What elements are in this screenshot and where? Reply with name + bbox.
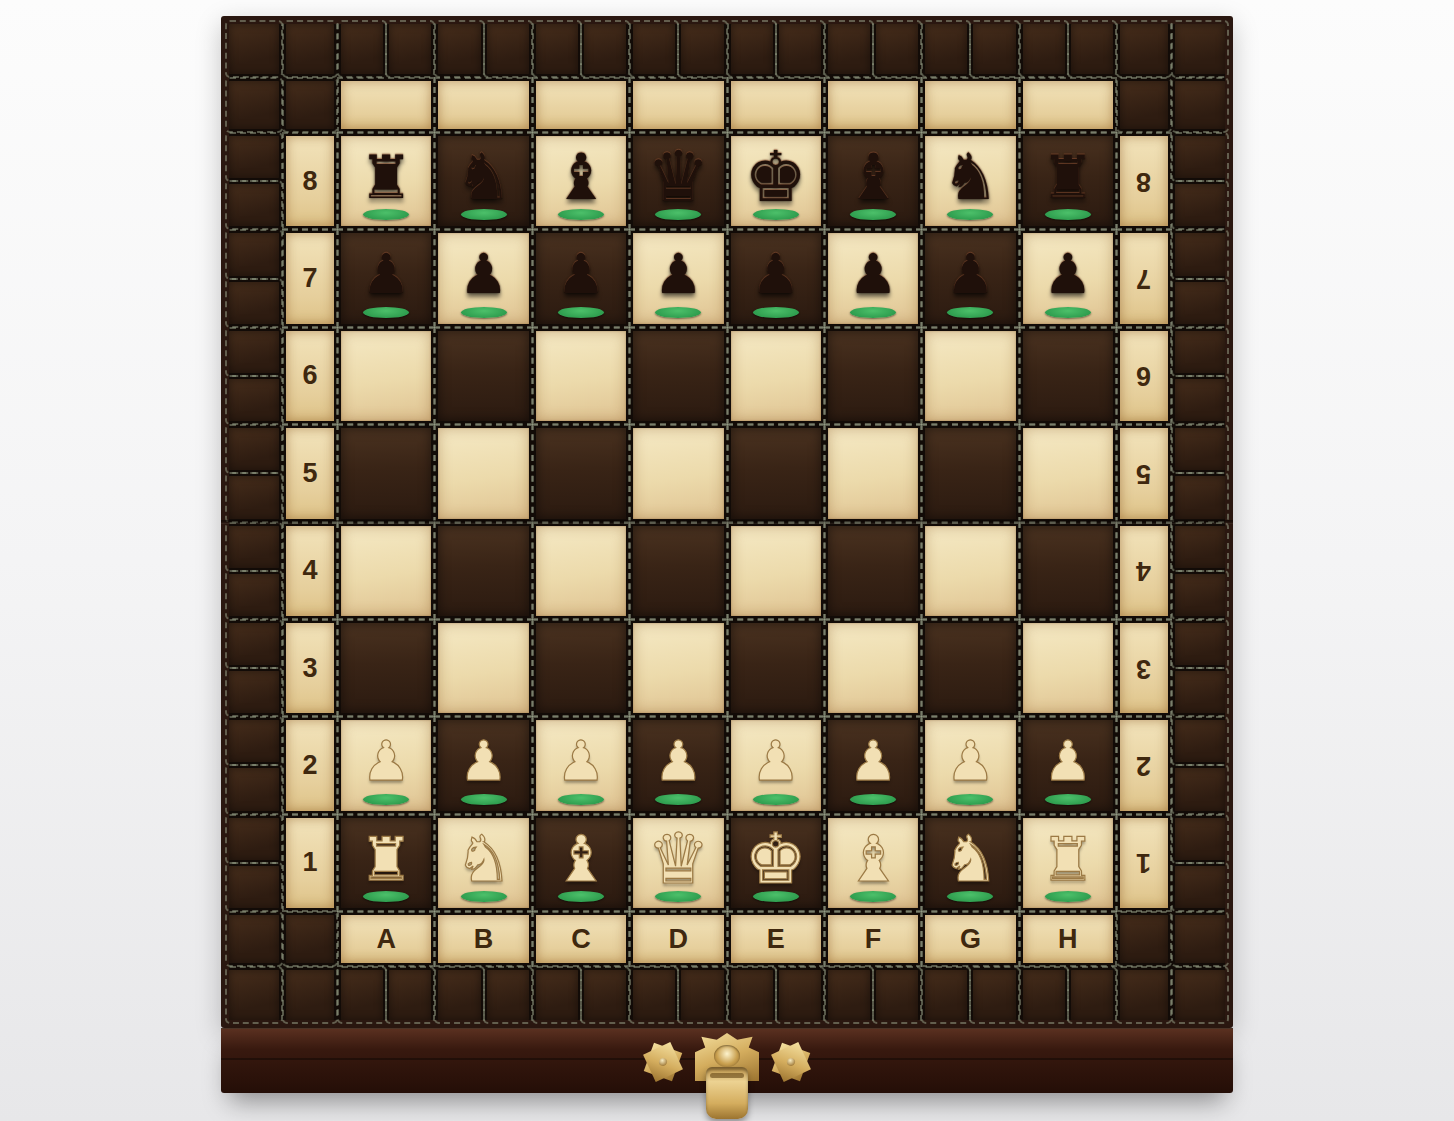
rank-label-right-3: 3 [1120, 623, 1168, 713]
rank-label-left-2: 2 [286, 720, 334, 810]
file-label-top-c [536, 81, 626, 129]
trim-cell [1175, 81, 1225, 129]
trim-square [229, 818, 279, 860]
trim-square [584, 24, 626, 74]
felt-base [363, 794, 409, 805]
square-a3[interactable] [341, 623, 431, 713]
white-pawn[interactable]: ♟ [848, 734, 897, 789]
trim-square [286, 81, 334, 129]
rank-label-right-8: 8 [1120, 136, 1168, 226]
photo-background: 8♜♞♝♛♚♝♞♜87♟♟♟♟♟♟♟♟7665544332♟♟♟♟♟♟♟♟21♜… [0, 0, 1454, 1121]
square-a1[interactable]: ♜ [341, 818, 431, 908]
square-a6[interactable] [341, 331, 431, 421]
file-label-text: B [474, 924, 494, 955]
trim-square [1175, 136, 1225, 178]
trim-square [229, 623, 279, 665]
black-pawn[interactable]: ♟ [556, 247, 605, 302]
white-rook[interactable]: ♜ [1041, 829, 1095, 889]
trim-cell [1120, 81, 1168, 129]
square-e2[interactable]: ♟ [731, 720, 821, 810]
square-e7[interactable]: ♟ [731, 233, 821, 323]
felt-base [850, 307, 896, 318]
trim-square [229, 331, 279, 373]
rank-label-text: 3 [302, 653, 317, 684]
trim-square [779, 970, 821, 1020]
rank-label-left-3: 3 [286, 623, 334, 713]
trim-cell [1175, 428, 1225, 518]
file-label-e: E [731, 915, 821, 963]
trim-square [229, 476, 279, 518]
black-queen[interactable]: ♛ [647, 142, 710, 212]
trim-cell [1175, 526, 1225, 616]
trim-square [731, 970, 773, 1020]
square-h3[interactable] [1023, 623, 1113, 713]
file-label-text: G [960, 924, 981, 955]
trim-square [828, 24, 870, 74]
trim-cell [633, 970, 723, 1020]
square-g1[interactable]: ♞ [925, 818, 1015, 908]
trim-square [229, 866, 279, 908]
trim-square [731, 24, 773, 74]
trim-square [1120, 915, 1168, 963]
trim-square [1175, 818, 1225, 860]
trim-cell [1175, 720, 1225, 810]
square-g8[interactable]: ♞ [925, 136, 1015, 226]
square-c3[interactable] [536, 623, 626, 713]
square-h1[interactable]: ♜ [1023, 818, 1113, 908]
black-knight[interactable]: ♞ [942, 145, 999, 209]
felt-base [461, 794, 507, 805]
trim-square [1175, 379, 1225, 421]
trim-cell [1175, 915, 1225, 963]
trim-cell [229, 24, 279, 74]
black-rook[interactable]: ♜ [359, 147, 413, 207]
square-c2[interactable]: ♟ [536, 720, 626, 810]
file-label-h: H [1023, 915, 1113, 963]
black-pawn[interactable]: ♟ [654, 247, 703, 302]
black-bishop[interactable]: ♝ [844, 145, 901, 209]
felt-base [850, 794, 896, 805]
square-g5[interactable] [925, 428, 1015, 518]
trim-square [229, 81, 279, 129]
square-b1[interactable]: ♞ [438, 818, 528, 908]
file-label-text: E [767, 924, 785, 955]
square-h2[interactable]: ♟ [1023, 720, 1113, 810]
trim-square [1175, 671, 1225, 713]
square-e1[interactable]: ♚ [731, 818, 821, 908]
trim-cell [229, 233, 279, 323]
white-bishop[interactable]: ♝ [552, 827, 609, 891]
trim-square [389, 24, 431, 74]
trim-square [229, 671, 279, 713]
trim-square [1175, 970, 1225, 1020]
file-label-b: B [438, 915, 528, 963]
white-pawn[interactable]: ♟ [556, 734, 605, 789]
rank-label-text-rotated: 1 [1136, 847, 1151, 878]
trim-cell [633, 24, 723, 74]
file-label-top-a [341, 81, 431, 129]
trim-cell [731, 970, 821, 1020]
square-e3[interactable] [731, 623, 821, 713]
trim-cell [229, 970, 279, 1020]
white-pawn[interactable]: ♟ [362, 734, 411, 789]
trim-cell [536, 24, 626, 74]
fold-seam [221, 520, 1233, 524]
square-b7[interactable]: ♟ [438, 233, 528, 323]
trim-square [229, 24, 279, 74]
trim-square [229, 526, 279, 568]
felt-base [363, 307, 409, 318]
black-bishop[interactable]: ♝ [552, 145, 609, 209]
trim-cell [438, 24, 528, 74]
trim-cell [286, 81, 334, 129]
trim-square [1071, 24, 1113, 74]
square-h6[interactable] [1023, 331, 1113, 421]
felt-base [461, 307, 507, 318]
file-label-c: C [536, 915, 626, 963]
square-e4[interactable] [731, 526, 821, 616]
square-e5[interactable] [731, 428, 821, 518]
file-label-top-b [438, 81, 528, 129]
trim-cell [1120, 24, 1168, 74]
white-knight[interactable]: ♞ [942, 827, 999, 891]
rank-label-text-rotated: 5 [1136, 458, 1151, 489]
black-pawn[interactable]: ♟ [751, 247, 800, 302]
trim-square [286, 915, 334, 963]
rank-label-right-4: 4 [1120, 526, 1168, 616]
square-d4[interactable] [633, 526, 723, 616]
square-f3[interactable] [828, 623, 918, 713]
trim-square [1175, 574, 1225, 616]
black-pawn[interactable]: ♟ [848, 247, 897, 302]
trim-cell [229, 428, 279, 518]
square-e8[interactable]: ♚ [731, 136, 821, 226]
square-a4[interactable] [341, 526, 431, 616]
square-f4[interactable] [828, 526, 918, 616]
trim-square [1175, 81, 1225, 129]
felt-base [947, 794, 993, 805]
trim-square [229, 970, 279, 1020]
square-c6[interactable] [536, 331, 626, 421]
square-d1[interactable]: ♛ [633, 818, 723, 908]
trim-cell [731, 24, 821, 74]
trim-cell [925, 24, 1015, 74]
trim-cell [341, 24, 431, 74]
trim-square [1175, 184, 1225, 226]
trim-cell [286, 24, 334, 74]
trim-square [1175, 24, 1225, 74]
trim-cell [229, 331, 279, 421]
trim-cell [1175, 136, 1225, 226]
trim-square [633, 24, 675, 74]
trim-square [1175, 331, 1225, 373]
file-label-top-g [925, 81, 1015, 129]
white-pawn[interactable]: ♟ [946, 734, 995, 789]
square-f1[interactable]: ♝ [828, 818, 918, 908]
trim-square [876, 24, 918, 74]
file-label-text: A [376, 924, 396, 955]
white-queen[interactable]: ♛ [647, 824, 710, 894]
file-label-top-h [1023, 81, 1113, 129]
trim-square [779, 24, 821, 74]
square-d5[interactable] [633, 428, 723, 518]
trim-square [1120, 970, 1168, 1020]
felt-base [655, 794, 701, 805]
trim-square [341, 970, 383, 1020]
trim-square [229, 136, 279, 178]
trim-cell [229, 81, 279, 129]
square-d7[interactable]: ♟ [633, 233, 723, 323]
rank-label-text: 8 [302, 166, 317, 197]
trim-square [828, 970, 870, 1020]
square-b5[interactable] [438, 428, 528, 518]
trim-square [229, 574, 279, 616]
trim-square [1175, 428, 1225, 470]
trim-square [229, 184, 279, 226]
felt-base [947, 307, 993, 318]
trim-cell [229, 623, 279, 713]
trim-cell [1023, 24, 1113, 74]
trim-cell [828, 970, 918, 1020]
rank-label-text: 4 [302, 555, 317, 586]
trim-square [925, 24, 967, 74]
square-c5[interactable] [536, 428, 626, 518]
felt-base [753, 307, 799, 318]
square-h7[interactable]: ♟ [1023, 233, 1113, 323]
felt-base [1045, 307, 1091, 318]
file-label-f: F [828, 915, 918, 963]
white-pawn[interactable]: ♟ [751, 734, 800, 789]
rank-label-text-rotated: 7 [1136, 263, 1151, 294]
white-rook[interactable]: ♜ [359, 829, 413, 889]
trim-square [229, 379, 279, 421]
trim-square [973, 24, 1015, 74]
square-d3[interactable] [633, 623, 723, 713]
square-c4[interactable] [536, 526, 626, 616]
trim-square [925, 970, 967, 1020]
trim-cell [1023, 970, 1113, 1020]
trim-square [438, 970, 480, 1020]
trim-cell [536, 970, 626, 1020]
trim-square [681, 24, 723, 74]
square-c7[interactable]: ♟ [536, 233, 626, 323]
trim-square [389, 970, 431, 1020]
trim-cell [1175, 24, 1225, 74]
trim-square [876, 970, 918, 1020]
trim-cell [229, 136, 279, 226]
trim-square [341, 24, 383, 74]
file-label-g: G [925, 915, 1015, 963]
clasp-boss [714, 1045, 740, 1067]
trim-cell [438, 970, 528, 1020]
felt-base [753, 794, 799, 805]
square-h8[interactable]: ♜ [1023, 136, 1113, 226]
rank-label-text: 1 [302, 847, 317, 878]
trim-cell [229, 915, 279, 963]
white-pawn[interactable]: ♟ [459, 734, 508, 789]
rank-label-text-rotated: 2 [1136, 750, 1151, 781]
trim-square [1175, 768, 1225, 810]
trim-cell [925, 970, 1015, 1020]
rank-label-right-2: 2 [1120, 720, 1168, 810]
square-h5[interactable] [1023, 428, 1113, 518]
square-a5[interactable] [341, 428, 431, 518]
file-label-text: C [571, 924, 591, 955]
trim-square [1023, 970, 1065, 1020]
rank-label-text-rotated: 3 [1136, 653, 1151, 684]
felt-base [558, 307, 604, 318]
trim-cell [1120, 970, 1168, 1020]
trim-cell [1175, 331, 1225, 421]
black-rook[interactable]: ♜ [1041, 147, 1095, 207]
brass-clasp [642, 1033, 812, 1121]
white-bishop[interactable]: ♝ [844, 827, 901, 891]
box-front-face [221, 1028, 1233, 1093]
square-g3[interactable] [925, 623, 1015, 713]
trim-square [584, 970, 626, 1020]
trim-square [1175, 915, 1225, 963]
rank-label-left-7: 7 [286, 233, 334, 323]
clasp-star-right-icon [772, 1043, 810, 1081]
file-label-top-d [633, 81, 723, 129]
trim-square [1175, 526, 1225, 568]
clasp-hasp [706, 1067, 748, 1119]
trim-square [536, 970, 578, 1020]
trim-cell [1120, 915, 1168, 963]
square-a8[interactable]: ♜ [341, 136, 431, 226]
square-g6[interactable] [925, 331, 1015, 421]
rank-label-left-1: 1 [286, 818, 334, 908]
trim-square [1023, 24, 1065, 74]
square-b2[interactable]: ♟ [438, 720, 528, 810]
rank-label-left-4: 4 [286, 526, 334, 616]
white-king[interactable]: ♚ [744, 824, 807, 894]
square-g7[interactable]: ♟ [925, 233, 1015, 323]
trim-square [1175, 720, 1225, 762]
black-pawn[interactable]: ♟ [459, 247, 508, 302]
trim-square [229, 720, 279, 762]
trim-cell [1175, 970, 1225, 1020]
rank-label-text-rotated: 4 [1136, 555, 1151, 586]
trim-square [536, 24, 578, 74]
trim-square [633, 970, 675, 1020]
trim-cell [229, 818, 279, 908]
trim-square [1175, 866, 1225, 908]
trim-cell [1175, 233, 1225, 323]
trim-square [229, 428, 279, 470]
file-label-text: F [865, 924, 882, 955]
file-label-a: A [341, 915, 431, 963]
square-b8[interactable]: ♞ [438, 136, 528, 226]
trim-square [229, 915, 279, 963]
trim-cell [229, 720, 279, 810]
square-a2[interactable]: ♟ [341, 720, 431, 810]
file-label-top-e [731, 81, 821, 129]
white-pawn[interactable]: ♟ [654, 734, 703, 789]
trim-square [1175, 623, 1225, 665]
trim-square [438, 24, 480, 74]
trim-square [286, 970, 334, 1020]
square-b6[interactable] [438, 331, 528, 421]
trim-square [487, 970, 529, 1020]
trim-square [229, 768, 279, 810]
black-pawn[interactable]: ♟ [362, 247, 411, 302]
trim-cell [341, 970, 431, 1020]
file-label-text: D [669, 924, 689, 955]
square-f2[interactable]: ♟ [828, 720, 918, 810]
square-h4[interactable] [1023, 526, 1113, 616]
square-c1[interactable]: ♝ [536, 818, 626, 908]
trim-square [229, 233, 279, 275]
square-d2[interactable]: ♟ [633, 720, 723, 810]
trim-square [1120, 24, 1168, 74]
black-king[interactable]: ♚ [744, 142, 807, 212]
trim-square [1120, 81, 1168, 129]
rank-label-left-8: 8 [286, 136, 334, 226]
square-a7[interactable]: ♟ [341, 233, 431, 323]
trim-cell [286, 915, 334, 963]
trim-square [973, 970, 1015, 1020]
trim-square [1071, 970, 1113, 1020]
rank-label-left-6: 6 [286, 331, 334, 421]
trim-cell [286, 970, 334, 1020]
file-label-text: H [1058, 924, 1078, 955]
felt-base [1045, 794, 1091, 805]
trim-cell [229, 526, 279, 616]
square-b4[interactable] [438, 526, 528, 616]
square-f8[interactable]: ♝ [828, 136, 918, 226]
rank-label-right-6: 6 [1120, 331, 1168, 421]
chess-box: 8♜♞♝♛♚♝♞♜87♟♟♟♟♟♟♟♟7665544332♟♟♟♟♟♟♟♟21♜… [221, 16, 1233, 1093]
square-f7[interactable]: ♟ [828, 233, 918, 323]
trim-square [1175, 282, 1225, 324]
board-frame: 8♜♞♝♛♚♝♞♜87♟♟♟♟♟♟♟♟7665544332♟♟♟♟♟♟♟♟21♜… [221, 16, 1233, 1028]
trim-square [1175, 233, 1225, 275]
trim-square [1175, 476, 1225, 518]
square-d6[interactable] [633, 331, 723, 421]
square-e6[interactable] [731, 331, 821, 421]
white-pawn[interactable]: ♟ [1043, 734, 1092, 789]
file-label-d: D [633, 915, 723, 963]
rank-label-text: 6 [302, 360, 317, 391]
black-pawn[interactable]: ♟ [1043, 247, 1092, 302]
rank-label-right-5: 5 [1120, 428, 1168, 518]
trim-square [681, 970, 723, 1020]
rank-label-right-7: 7 [1120, 233, 1168, 323]
trim-cell [1175, 818, 1225, 908]
square-g4[interactable] [925, 526, 1015, 616]
square-b3[interactable] [438, 623, 528, 713]
square-g2[interactable]: ♟ [925, 720, 1015, 810]
square-f5[interactable] [828, 428, 918, 518]
rank-label-text: 7 [302, 263, 317, 294]
square-d8[interactable]: ♛ [633, 136, 723, 226]
clasp-star-left-icon [644, 1043, 682, 1081]
white-knight[interactable]: ♞ [455, 827, 512, 891]
rank-label-text-rotated: 8 [1136, 166, 1151, 197]
rank-label-text: 2 [302, 750, 317, 781]
black-pawn[interactable]: ♟ [946, 247, 995, 302]
trim-square [229, 282, 279, 324]
black-knight[interactable]: ♞ [455, 145, 512, 209]
square-f6[interactable] [828, 331, 918, 421]
trim-square [286, 24, 334, 74]
file-label-top-f [828, 81, 918, 129]
rank-label-text-rotated: 6 [1136, 360, 1151, 391]
square-c8[interactable]: ♝ [536, 136, 626, 226]
trim-cell [828, 24, 918, 74]
rank-label-left-5: 5 [286, 428, 334, 518]
